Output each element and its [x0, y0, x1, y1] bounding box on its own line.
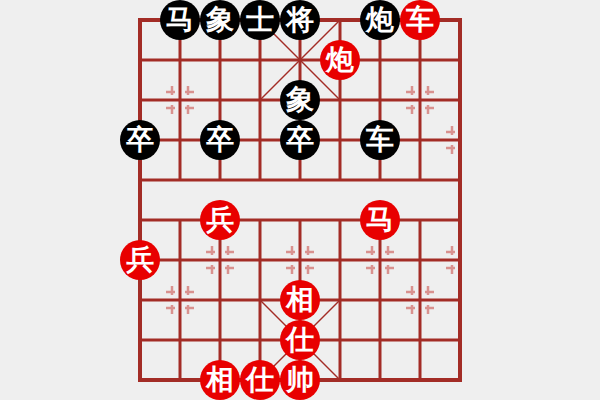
- piece-black-elephant[interactable]: 象: [280, 80, 320, 120]
- piece-red-soldier[interactable]: 兵: [200, 200, 240, 240]
- piece-red-general[interactable]: 帅: [280, 360, 320, 400]
- piece-red-advisor[interactable]: 仕: [240, 360, 280, 400]
- piece-red-soldier[interactable]: 兵: [120, 240, 160, 280]
- piece-black-chariot[interactable]: 车: [360, 120, 400, 160]
- piece-black-soldier[interactable]: 卒: [200, 120, 240, 160]
- piece-black-soldier[interactable]: 卒: [120, 120, 160, 160]
- piece-black-advisor[interactable]: 士: [240, 0, 280, 40]
- xiangqi-app-screen: 马象士将炮车炮象卒卒卒车兵马兵相仕相仕帅: [0, 0, 600, 400]
- piece-red-horse[interactable]: 马: [360, 200, 400, 240]
- piece-red-cannon[interactable]: 炮: [320, 40, 360, 80]
- piece-black-cannon[interactable]: 炮: [360, 0, 400, 40]
- piece-red-elephant[interactable]: 相: [200, 360, 240, 400]
- piece-black-horse[interactable]: 马: [160, 0, 200, 40]
- piece-black-general[interactable]: 将: [280, 0, 320, 40]
- board-intersections[interactable]: 马象士将炮车炮象卒卒卒车兵马兵相仕相仕帅: [120, 0, 480, 400]
- piece-black-soldier[interactable]: 卒: [280, 120, 320, 160]
- piece-red-advisor[interactable]: 仕: [280, 320, 320, 360]
- xiangqi-board: 马象士将炮车炮象卒卒卒车兵马兵相仕相仕帅: [120, 0, 480, 400]
- piece-red-elephant[interactable]: 相: [280, 280, 320, 320]
- piece-red-chariot[interactable]: 车: [400, 0, 440, 40]
- piece-black-elephant[interactable]: 象: [200, 0, 240, 40]
